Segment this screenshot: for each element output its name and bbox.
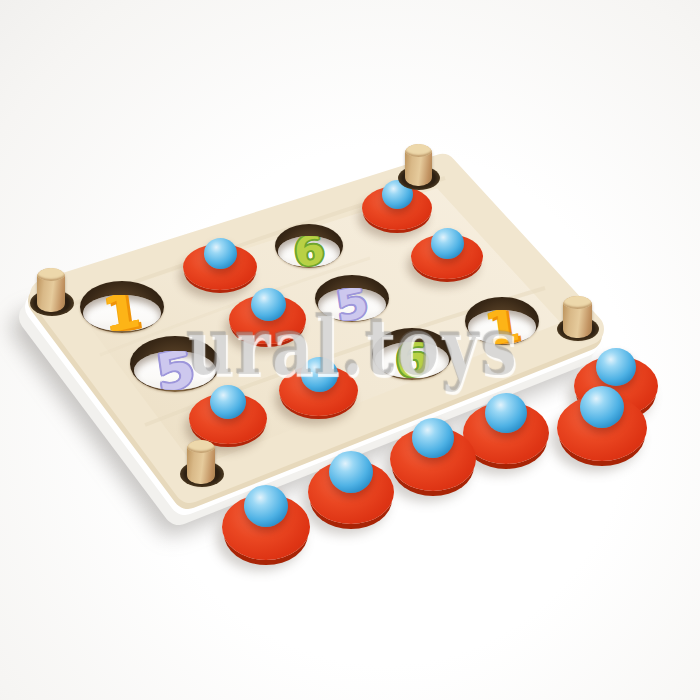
corner-peg-bottom-left[interactable] xyxy=(187,440,215,484)
card-number: 5 xyxy=(152,351,197,390)
disc-knob xyxy=(431,228,464,259)
card-hole-r2c3[interactable]: 5 xyxy=(315,275,389,322)
disc-knob xyxy=(210,385,246,419)
loose-disc-1[interactable] xyxy=(222,494,310,560)
card-hole-r3c4[interactable]: 1 xyxy=(465,297,539,345)
disc-knob xyxy=(329,451,373,493)
disc-knob xyxy=(412,418,454,458)
loose-disc-5[interactable] xyxy=(557,395,647,461)
corner-peg-right[interactable] xyxy=(563,296,592,338)
memory-disc-r2c4[interactable] xyxy=(411,234,483,279)
disc-knob xyxy=(204,238,237,269)
memory-disc-r2c2[interactable] xyxy=(229,295,306,344)
card-hole-r1c3[interactable]: 6 xyxy=(275,224,343,268)
corner-peg-top[interactable] xyxy=(405,144,432,186)
number-card: 1 xyxy=(468,310,536,344)
number-card: 5 xyxy=(134,351,217,390)
board-stack xyxy=(0,0,700,700)
memory-disc-r1c4[interactable] xyxy=(362,186,432,230)
card-number: 5 xyxy=(333,288,370,321)
memory-disc-r1c2[interactable] xyxy=(183,244,257,290)
number-card: 5 xyxy=(318,288,386,321)
memory-disc-r3c1[interactable] xyxy=(189,393,267,444)
loose-disc-4[interactable] xyxy=(463,402,549,464)
product-photo-scene: { "game": "Memory Chess — wooden memory … xyxy=(0,0,700,700)
card-number: 1 xyxy=(100,295,144,331)
disc-knob xyxy=(301,357,338,392)
card-hole-r3c3[interactable]: 6 xyxy=(372,328,452,380)
card-hole-r2c1[interactable]: 5 xyxy=(130,336,220,392)
disc-knob xyxy=(251,288,286,321)
disc-knob xyxy=(596,348,636,386)
memory-disc-r3c2[interactable] xyxy=(279,365,358,416)
loose-disc-2[interactable] xyxy=(308,460,394,524)
number-card: 6 xyxy=(278,236,341,267)
card-number: 6 xyxy=(291,236,326,267)
card-number: 6 xyxy=(392,342,432,378)
card-hole-r1c1[interactable]: 1 xyxy=(80,281,164,333)
disc-knob xyxy=(485,393,527,433)
card-number: 1 xyxy=(482,310,522,344)
number-card: 6 xyxy=(375,342,449,378)
disc-knob xyxy=(244,485,288,527)
number-card: 1 xyxy=(83,295,160,331)
disc-knob xyxy=(580,386,624,428)
corner-peg-left[interactable] xyxy=(37,268,65,312)
loose-disc-3[interactable] xyxy=(390,427,476,491)
